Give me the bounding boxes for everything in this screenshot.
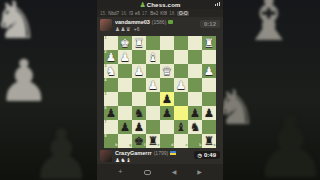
black-bishop[interactable]: ♝ [174,120,188,134]
square-b3[interactable] [188,64,202,78]
move-number[interactable]: 16. [121,11,127,16]
square-a8[interactable]: a♜ [202,134,216,148]
captured-black-pawn-icon: ♟ [120,26,125,32]
pawn-icon: ♟ [252,104,320,180]
square-c5[interactable] [174,92,188,106]
captured-pieces-bottom: ♟♞♝ [115,157,131,163]
back-move-button[interactable]: ◀ [172,168,177,176]
move-number[interactable]: 15. [100,11,106,16]
white-pawn[interactable]: ♟ [118,50,132,64]
white-pawn[interactable]: ♟ [174,78,188,92]
player-name-bottom: CrazyGamerrr [115,150,152,156]
square-f8[interactable]: f♚ [132,134,146,148]
black-pawn[interactable]: ♟ [160,92,174,106]
square-f7[interactable]: ♟ [132,120,146,134]
square-c3[interactable] [174,64,188,78]
black-pawn[interactable]: ♟ [160,106,174,120]
square-h2[interactable]: 2♟ [104,50,118,64]
square-h3[interactable]: 3♞ [104,64,118,78]
square-a1[interactable]: ♜ [202,36,216,50]
chat-button[interactable] [144,170,151,175]
bishop-icon: ♝ [242,0,296,50]
square-f1[interactable]: ♜ [132,36,146,50]
white-pawn[interactable]: ♟ [132,64,146,78]
square-b1[interactable] [188,36,202,50]
square-a6[interactable]: ♟ [202,106,216,120]
player-rating-bottom: (1799) [154,150,168,156]
square-d2[interactable] [160,50,174,64]
square-c4[interactable]: ♟ [174,78,188,92]
square-g7[interactable]: ♟ [118,120,132,134]
square-d3[interactable]: ♛ [160,64,174,78]
square-c1[interactable] [174,36,188,50]
square-b6[interactable]: ♟ [188,106,202,120]
black-knight[interactable]: ♞ [132,106,146,120]
rank-label: 8 [105,135,107,139]
move-token[interactable]: f3 [129,11,133,16]
square-g8[interactable]: g [118,134,132,148]
square-d1[interactable] [160,36,174,50]
clock-bottom: ◷ 0:49 [194,151,220,159]
square-a7[interactable] [202,120,216,134]
black-pawn[interactable]: ♟ [202,106,216,120]
square-e7[interactable] [146,120,160,134]
square-a2[interactable] [202,50,216,64]
square-f2[interactable] [132,50,146,64]
square-g5[interactable] [118,92,132,106]
square-c6[interactable] [174,106,188,120]
square-f4[interactable] [132,78,146,92]
white-pawn[interactable]: ♟ [202,64,216,78]
signal-bars-icon [215,2,220,6]
black-pawn[interactable]: ♟ [118,120,132,134]
square-c2[interactable] [174,50,188,64]
square-a5[interactable] [202,92,216,106]
player-rating-top: (1586) [152,19,166,25]
square-d5[interactable]: ♟ [160,92,174,106]
white-rook[interactable]: ♜ [202,36,216,50]
player-name-top: vandamme03 [115,19,150,25]
ukraine-flag-icon [170,151,176,155]
square-e6[interactable] [146,106,160,120]
black-pawn[interactable]: ♟ [188,106,202,120]
rank-label: 1 [105,37,107,41]
app-header: ♟ Chess.com [97,0,223,9]
move-token[interactable]: e6 [135,11,140,16]
square-h6[interactable]: 6♟ [104,106,118,120]
rank-label: 7 [105,121,107,125]
player-card-bottom[interactable]: CrazyGamerrr (1799) ♟♞♝ ◷ 0:49 [97,148,223,164]
black-knight[interactable]: ♞ [188,120,202,134]
clock-icon: ◷ [198,153,202,158]
move-token[interactable]: O-O [177,11,189,16]
captured-pieces-top: ♟♟♛ [115,26,131,32]
move-token[interactable]: Be2 [150,11,158,16]
move-token[interactable]: Nbd7 [108,11,119,16]
move-token[interactable]: Kf8 [160,11,167,16]
square-c7[interactable]: ♝ [174,120,188,134]
square-e4[interactable]: ♟ [146,78,160,92]
square-h4[interactable]: 4 [104,78,118,92]
captured-black-queen-icon: ♛ [126,26,131,32]
square-b7[interactable]: ♞ [188,120,202,134]
square-h7[interactable]: 7 [104,120,118,134]
rank-label: 5 [105,93,107,97]
white-queen[interactable]: ♛ [160,64,174,78]
captured-white-knight-icon: ♞ [120,157,125,163]
square-e5[interactable] [146,92,160,106]
square-b2[interactable] [188,50,202,64]
square-b5[interactable] [188,92,202,106]
avatar[interactable] [100,19,112,31]
square-g3[interactable] [118,64,132,78]
video-frame: ♞♟♟♝♞♟ ♟ Chess.com 15.Nbd716.f3e617.Be2K… [0,0,320,180]
game-toolbar: + ◀ ▶ [97,164,223,180]
chess-app-screenshot: ♟ Chess.com 15.Nbd716.f3e617.Be2Kf818.O-… [97,0,223,180]
move-list[interactable]: 15.Nbd716.f3e617.Be2Kf818.O-O [97,9,223,17]
square-d8[interactable]: d [160,134,174,148]
captured-white-pawn-icon: ♟ [115,157,120,163]
chesscom-pawn-logo-icon: ♟ [139,1,145,8]
square-d7[interactable] [160,120,174,134]
square-f5[interactable] [132,92,146,106]
black-rook[interactable]: ♜ [202,134,216,148]
knight-icon: ♞ [0,0,39,46]
move-number[interactable]: 17. [142,11,148,16]
square-e2[interactable]: ♝ [146,50,160,64]
rank-label: 4 [105,79,107,83]
white-knight[interactable]: ♞ [104,64,118,78]
forward-move-button[interactable]: ▶ [197,168,202,176]
square-e3[interactable] [146,64,160,78]
clock-top: 0:12 [200,20,220,28]
black-pawn[interactable]: ♟ [132,120,146,134]
square-a3[interactable]: ♟ [202,64,216,78]
black-pawn[interactable]: ♟ [104,106,118,120]
square-f6[interactable]: ♞ [132,106,146,120]
pawn-icon: ♟ [0,52,50,110]
square-e1[interactable] [146,36,160,50]
square-e8[interactable]: e♜ [146,134,160,148]
white-pawn[interactable]: ♟ [146,78,160,92]
square-h5[interactable]: 5 [104,92,118,106]
app-logo-text: Chess.com [147,2,181,8]
player-card-top[interactable]: vandamme03 (1586) ♟♟♛ +6 0:12 [97,17,223,35]
square-b8[interactable]: b [188,134,202,148]
white-pawn[interactable]: ♟ [104,50,118,64]
black-king[interactable]: ♚ [132,134,146,148]
pawn-icon: ♟ [30,120,93,180]
chess-board[interactable]: 1♚♜♜2♟♟♝3♞♟♛♟4♟♟5♟6♟♞♟♟♟7♟♟♝♞8hgf♚e♜dcba… [104,36,216,148]
square-f3[interactable]: ♟ [132,64,146,78]
square-g6[interactable] [118,106,132,120]
avatar[interactable] [100,150,112,162]
square-h8[interactable]: 8h [104,134,118,148]
flag-badge-icon [168,20,173,24]
black-rook[interactable]: ♜ [146,134,160,148]
white-bishop[interactable]: ♝ [146,50,160,64]
square-d6[interactable]: ♟ [160,106,174,120]
square-h1[interactable]: 1 [104,36,118,50]
material-advantage: +6 [134,26,140,32]
square-d4[interactable] [160,78,174,92]
move-number[interactable]: 18. [169,11,175,16]
captured-black-pawn-icon: ♟ [115,26,120,32]
square-a4[interactable] [202,78,216,92]
captured-white-bishop-icon: ♝ [126,157,131,163]
square-g2[interactable]: ♟ [118,50,132,64]
square-b4[interactable] [188,78,202,92]
white-king[interactable]: ♚ [118,36,132,50]
square-c8[interactable]: c [174,134,188,148]
square-g1[interactable]: ♚ [118,36,132,50]
options-plus-button[interactable]: + [118,168,123,176]
square-g4[interactable] [118,78,132,92]
white-rook[interactable]: ♜ [132,36,146,50]
